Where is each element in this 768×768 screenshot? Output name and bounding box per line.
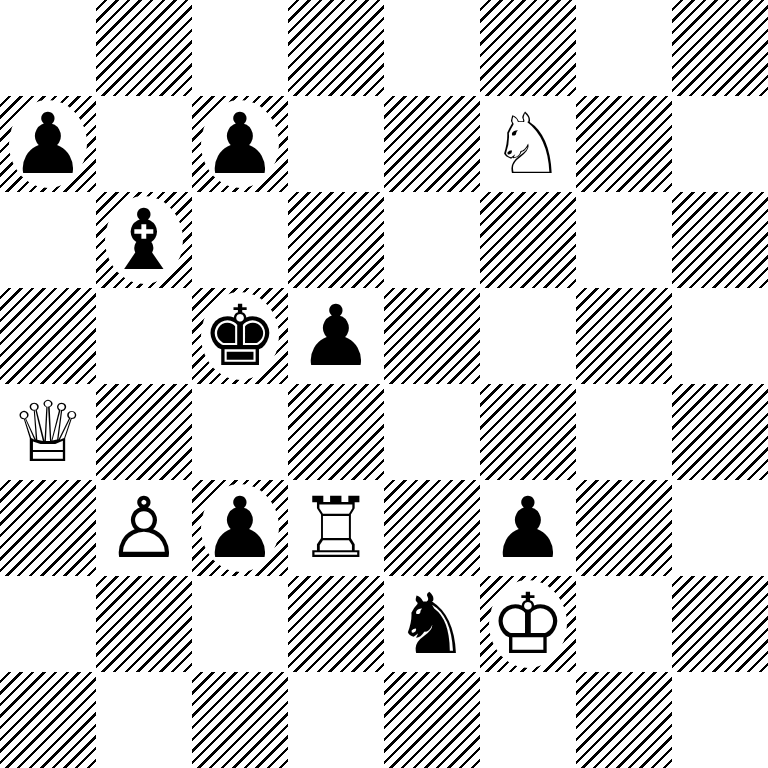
square-b6[interactable]: ♝	[96, 192, 192, 288]
square-h6[interactable]	[672, 192, 768, 288]
square-f8[interactable]	[480, 0, 576, 96]
square-e2[interactable]: ♞	[384, 576, 480, 672]
square-b4[interactable]	[96, 384, 192, 480]
square-a2[interactable]	[0, 576, 96, 672]
square-c1[interactable]	[192, 672, 288, 768]
chess-board: ♟♟♘♝♚♟♕♙♟♖♟♞♔	[0, 0, 768, 768]
black-pawn[interactable]: ♟	[0, 96, 96, 192]
square-e6[interactable]	[384, 192, 480, 288]
square-d4[interactable]	[288, 384, 384, 480]
square-d1[interactable]	[288, 672, 384, 768]
black-knight[interactable]: ♞	[384, 576, 480, 672]
square-b3[interactable]: ♙	[96, 480, 192, 576]
square-f7[interactable]: ♘	[480, 96, 576, 192]
black-pawn[interactable]: ♟	[288, 288, 384, 384]
square-b8[interactable]	[96, 0, 192, 96]
square-e7[interactable]	[384, 96, 480, 192]
square-d5[interactable]: ♟	[288, 288, 384, 384]
square-f4[interactable]	[480, 384, 576, 480]
black-pawn[interactable]: ♟	[192, 96, 288, 192]
square-h7[interactable]	[672, 96, 768, 192]
square-h4[interactable]	[672, 384, 768, 480]
square-d3[interactable]: ♖	[288, 480, 384, 576]
square-c8[interactable]	[192, 0, 288, 96]
square-a6[interactable]	[0, 192, 96, 288]
square-b2[interactable]	[96, 576, 192, 672]
square-c6[interactable]	[192, 192, 288, 288]
square-g6[interactable]	[576, 192, 672, 288]
square-a1[interactable]	[0, 672, 96, 768]
square-c3[interactable]: ♟	[192, 480, 288, 576]
square-e1[interactable]	[384, 672, 480, 768]
square-f6[interactable]	[480, 192, 576, 288]
square-a3[interactable]	[0, 480, 96, 576]
square-h8[interactable]	[672, 0, 768, 96]
black-king[interactable]: ♚	[192, 288, 288, 384]
black-pawn[interactable]: ♟	[480, 480, 576, 576]
square-b5[interactable]	[96, 288, 192, 384]
square-a8[interactable]	[0, 0, 96, 96]
white-knight[interactable]: ♘	[480, 96, 576, 192]
square-f3[interactable]: ♟	[480, 480, 576, 576]
square-c2[interactable]	[192, 576, 288, 672]
square-g7[interactable]	[576, 96, 672, 192]
square-c4[interactable]	[192, 384, 288, 480]
square-f5[interactable]	[480, 288, 576, 384]
black-pawn[interactable]: ♟	[192, 480, 288, 576]
white-pawn[interactable]: ♙	[96, 480, 192, 576]
square-d8[interactable]	[288, 0, 384, 96]
square-h3[interactable]	[672, 480, 768, 576]
square-c5[interactable]: ♚	[192, 288, 288, 384]
square-h1[interactable]	[672, 672, 768, 768]
square-a7[interactable]: ♟	[0, 96, 96, 192]
square-h2[interactable]	[672, 576, 768, 672]
black-bishop[interactable]: ♝	[96, 192, 192, 288]
square-c7[interactable]: ♟	[192, 96, 288, 192]
square-b1[interactable]	[96, 672, 192, 768]
square-e4[interactable]	[384, 384, 480, 480]
square-g2[interactable]	[576, 576, 672, 672]
square-e8[interactable]	[384, 0, 480, 96]
square-b7[interactable]	[96, 96, 192, 192]
square-d6[interactable]	[288, 192, 384, 288]
square-g3[interactable]	[576, 480, 672, 576]
square-e3[interactable]	[384, 480, 480, 576]
square-f2[interactable]: ♔	[480, 576, 576, 672]
square-g5[interactable]	[576, 288, 672, 384]
square-d7[interactable]	[288, 96, 384, 192]
square-a5[interactable]	[0, 288, 96, 384]
square-f1[interactable]	[480, 672, 576, 768]
square-g8[interactable]	[576, 0, 672, 96]
square-d2[interactable]	[288, 576, 384, 672]
square-h5[interactable]	[672, 288, 768, 384]
square-g1[interactable]	[576, 672, 672, 768]
white-queen[interactable]: ♕	[0, 384, 96, 480]
square-e5[interactable]	[384, 288, 480, 384]
white-king[interactable]: ♔	[480, 576, 576, 672]
square-g4[interactable]	[576, 384, 672, 480]
square-a4[interactable]: ♕	[0, 384, 96, 480]
chess-diagram: ♟♟♘♝♚♟♕♙♟♖♟♞♔	[0, 0, 768, 768]
white-rook[interactable]: ♖	[288, 480, 384, 576]
